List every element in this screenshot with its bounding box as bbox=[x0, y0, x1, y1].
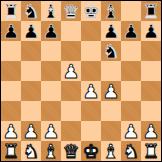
piece-white-knight[interactable]: ♞ bbox=[22, 141, 39, 161]
square-c6[interactable] bbox=[41, 41, 61, 61]
square-d8[interactable]: ♛ bbox=[61, 1, 81, 21]
square-b3[interactable] bbox=[21, 101, 41, 121]
piece-black-rook[interactable]: ♜ bbox=[142, 1, 159, 21]
piece-black-knight[interactable]: ♞ bbox=[102, 41, 119, 61]
square-a7[interactable]: ♟ bbox=[1, 21, 21, 41]
piece-white-rook[interactable]: ♜ bbox=[142, 141, 159, 161]
square-h3[interactable] bbox=[141, 101, 161, 121]
square-b1[interactable]: ♞ bbox=[21, 141, 41, 161]
piece-white-bishop[interactable]: ♝ bbox=[42, 141, 59, 161]
piece-white-knight[interactable]: ♞ bbox=[122, 141, 139, 161]
square-g5[interactable] bbox=[121, 61, 141, 81]
square-f2[interactable] bbox=[101, 121, 121, 141]
piece-white-pawn[interactable]: ♟ bbox=[2, 121, 19, 141]
piece-black-bishop[interactable]: ♝ bbox=[102, 1, 119, 21]
square-f1[interactable]: ♝ bbox=[101, 141, 121, 161]
square-a6[interactable] bbox=[1, 41, 21, 61]
square-b8[interactable]: ♞ bbox=[21, 1, 41, 21]
square-a5[interactable] bbox=[1, 61, 21, 81]
square-a3[interactable] bbox=[1, 101, 21, 121]
square-f3[interactable] bbox=[101, 101, 121, 121]
square-f4[interactable]: ♟ bbox=[101, 81, 121, 101]
square-f8[interactable]: ♝ bbox=[101, 1, 121, 21]
square-d1[interactable]: ♛ bbox=[61, 141, 81, 161]
square-a8[interactable]: ♜ bbox=[1, 1, 21, 21]
square-f5[interactable] bbox=[101, 61, 121, 81]
square-h1[interactable]: ♜ bbox=[141, 141, 161, 161]
square-d2[interactable] bbox=[61, 121, 81, 141]
piece-black-pawn[interactable]: ♟ bbox=[42, 21, 59, 41]
square-e3[interactable] bbox=[81, 101, 101, 121]
square-g3[interactable] bbox=[121, 101, 141, 121]
piece-black-pawn[interactable]: ♟ bbox=[2, 21, 19, 41]
square-g8[interactable] bbox=[121, 1, 141, 21]
piece-white-pawn[interactable]: ♟ bbox=[42, 121, 59, 141]
square-h8[interactable]: ♜ bbox=[141, 1, 161, 21]
square-h2[interactable]: ♟ bbox=[141, 121, 161, 141]
square-c1[interactable]: ♝ bbox=[41, 141, 61, 161]
piece-black-rook[interactable]: ♜ bbox=[2, 1, 19, 21]
square-d4[interactable] bbox=[61, 81, 81, 101]
square-a4[interactable] bbox=[1, 81, 21, 101]
piece-black-pawn[interactable]: ♟ bbox=[142, 21, 159, 41]
piece-white-pawn[interactable]: ♟ bbox=[102, 81, 119, 101]
square-h5[interactable] bbox=[141, 61, 161, 81]
square-b5[interactable] bbox=[21, 61, 41, 81]
piece-white-pawn[interactable]: ♟ bbox=[22, 121, 39, 141]
square-g6[interactable] bbox=[121, 41, 141, 61]
piece-black-pawn[interactable]: ♟ bbox=[102, 21, 119, 41]
square-e2[interactable] bbox=[81, 121, 101, 141]
square-c8[interactable]: ♝ bbox=[41, 1, 61, 21]
square-b2[interactable]: ♟ bbox=[21, 121, 41, 141]
square-c2[interactable]: ♟ bbox=[41, 121, 61, 141]
square-c7[interactable]: ♟ bbox=[41, 21, 61, 41]
square-g1[interactable]: ♞ bbox=[121, 141, 141, 161]
piece-black-pawn[interactable]: ♟ bbox=[22, 21, 39, 41]
piece-black-bishop[interactable]: ♝ bbox=[42, 1, 59, 21]
square-b4[interactable] bbox=[21, 81, 41, 101]
piece-white-king[interactable]: ♚ bbox=[82, 141, 99, 161]
square-e8[interactable]: ♚ bbox=[81, 1, 101, 21]
square-g7[interactable]: ♟ bbox=[121, 21, 141, 41]
square-e6[interactable] bbox=[81, 41, 101, 61]
piece-white-pawn[interactable]: ♟ bbox=[142, 121, 159, 141]
square-b6[interactable] bbox=[21, 41, 41, 61]
square-e5[interactable] bbox=[81, 61, 101, 81]
square-e4[interactable]: ♟ bbox=[81, 81, 101, 101]
square-h6[interactable] bbox=[141, 41, 161, 61]
piece-black-knight[interactable]: ♞ bbox=[22, 1, 39, 21]
piece-white-rook[interactable]: ♜ bbox=[2, 141, 19, 161]
piece-white-pawn[interactable]: ♟ bbox=[82, 81, 99, 101]
piece-black-king[interactable]: ♚ bbox=[82, 1, 99, 21]
chess-board: ♜♞♝♛♚♝♜♟♟♟♟♟♟♞♟♟♟♟♟♟♟♟♜♞♝♛♚♝♞♜ bbox=[0, 0, 162, 162]
square-a1[interactable]: ♜ bbox=[1, 141, 21, 161]
square-f6[interactable]: ♞ bbox=[101, 41, 121, 61]
square-c5[interactable] bbox=[41, 61, 61, 81]
square-h4[interactable] bbox=[141, 81, 161, 101]
piece-black-pawn[interactable]: ♟ bbox=[122, 21, 139, 41]
square-g2[interactable]: ♟ bbox=[121, 121, 141, 141]
piece-white-pawn[interactable]: ♟ bbox=[62, 61, 79, 81]
square-f7[interactable]: ♟ bbox=[101, 21, 121, 41]
square-e1[interactable]: ♚ bbox=[81, 141, 101, 161]
square-h7[interactable]: ♟ bbox=[141, 21, 161, 41]
piece-white-bishop[interactable]: ♝ bbox=[102, 141, 119, 161]
square-b7[interactable]: ♟ bbox=[21, 21, 41, 41]
square-d7[interactable] bbox=[61, 21, 81, 41]
square-d3[interactable] bbox=[61, 101, 81, 121]
square-a2[interactable]: ♟ bbox=[1, 121, 21, 141]
square-e7[interactable] bbox=[81, 21, 101, 41]
piece-white-queen[interactable]: ♛ bbox=[62, 141, 79, 161]
square-d6[interactable] bbox=[61, 41, 81, 61]
piece-white-pawn[interactable]: ♟ bbox=[122, 121, 139, 141]
square-c4[interactable] bbox=[41, 81, 61, 101]
square-d5[interactable]: ♟ bbox=[61, 61, 81, 81]
piece-black-queen[interactable]: ♛ bbox=[62, 1, 79, 21]
square-c3[interactable] bbox=[41, 101, 61, 121]
square-g4[interactable] bbox=[121, 81, 141, 101]
